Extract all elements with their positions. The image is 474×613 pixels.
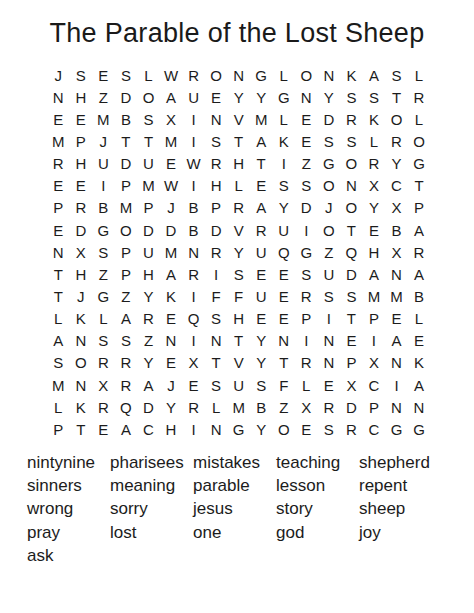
grid-cell[interactable]: R bbox=[250, 219, 273, 241]
grid-cell[interactable]: T bbox=[340, 219, 363, 241]
grid-cell[interactable]: A bbox=[408, 374, 431, 396]
grid-cell[interactable]: G bbox=[408, 153, 431, 175]
grid-cell[interactable]: B bbox=[385, 219, 408, 241]
grid-cell[interactable]: R bbox=[408, 241, 431, 263]
grid-cell[interactable]: T bbox=[227, 330, 250, 352]
grid-cell[interactable]: L bbox=[227, 175, 250, 197]
grid-cell[interactable]: P bbox=[408, 197, 431, 219]
grid-cell[interactable]: M bbox=[92, 108, 115, 130]
grid-cell[interactable]: N bbox=[227, 64, 250, 86]
grid-cell[interactable]: P bbox=[115, 263, 138, 285]
grid-cell[interactable]: S bbox=[137, 108, 160, 130]
grid-cell[interactable]: I bbox=[205, 263, 228, 285]
grid-cell[interactable]: E bbox=[160, 352, 183, 374]
grid-cell[interactable]: J bbox=[92, 130, 115, 152]
grid-cell[interactable]: H bbox=[227, 308, 250, 330]
grid-cell[interactable]: M bbox=[115, 197, 138, 219]
grid-cell[interactable]: O bbox=[272, 418, 295, 440]
grid-cell[interactable]: S bbox=[227, 263, 250, 285]
grid-cell[interactable]: R bbox=[70, 197, 93, 219]
grid-cell[interactable]: I bbox=[182, 175, 205, 197]
grid-cell[interactable]: E bbox=[70, 175, 93, 197]
grid-cell[interactable]: Q bbox=[272, 241, 295, 263]
grid-cell[interactable]: I bbox=[385, 374, 408, 396]
grid-cell[interactable]: F bbox=[227, 285, 250, 307]
word-list-item: shepherd bbox=[359, 451, 442, 474]
grid-cell[interactable]: Y bbox=[227, 86, 250, 108]
grid-cell[interactable]: N bbox=[318, 330, 341, 352]
grid-cell[interactable]: Y bbox=[137, 352, 160, 374]
grid-cell[interactable]: Y bbox=[137, 285, 160, 307]
grid-cell[interactable]: N bbox=[205, 330, 228, 352]
word-list-item: story bbox=[276, 497, 359, 520]
grid-cell[interactable]: L bbox=[408, 108, 431, 130]
grid-cell[interactable]: S bbox=[205, 130, 228, 152]
grid-cell[interactable]: N bbox=[385, 352, 408, 374]
grid-cell[interactable]: X bbox=[160, 108, 183, 130]
grid-cell[interactable]: P bbox=[47, 197, 70, 219]
grid-cell[interactable]: S bbox=[205, 374, 228, 396]
grid-cell[interactable]: S bbox=[250, 374, 273, 396]
grid-cell[interactable]: K bbox=[70, 396, 93, 418]
grid-cell[interactable]: E bbox=[250, 263, 273, 285]
grid-cell[interactable]: J bbox=[160, 197, 183, 219]
grid-cell[interactable]: I bbox=[182, 330, 205, 352]
grid-cell[interactable]: R bbox=[295, 285, 318, 307]
grid-cell[interactable]: T bbox=[408, 175, 431, 197]
grid-cell[interactable]: S bbox=[115, 330, 138, 352]
grid-cell[interactable]: X bbox=[92, 374, 115, 396]
grid-cell[interactable]: E bbox=[385, 308, 408, 330]
grid-cell[interactable]: F bbox=[272, 374, 295, 396]
grid-cell[interactable]: R bbox=[182, 263, 205, 285]
grid-cell[interactable]: P bbox=[70, 130, 93, 152]
grid-cell[interactable]: N bbox=[408, 396, 431, 418]
grid-cell[interactable]: E bbox=[295, 108, 318, 130]
grid-cell[interactable]: V bbox=[227, 352, 250, 374]
grid-cell[interactable]: P bbox=[340, 352, 363, 374]
grid-cell[interactable]: O bbox=[115, 219, 138, 241]
grid-cell[interactable]: I bbox=[182, 108, 205, 130]
grid-cell[interactable]: S bbox=[340, 285, 363, 307]
grid-cell[interactable]: Y bbox=[250, 352, 273, 374]
word-list-item: jesus bbox=[193, 497, 276, 520]
grid-cell[interactable]: I bbox=[318, 308, 341, 330]
grid-cell[interactable]: M bbox=[160, 241, 183, 263]
grid-cell[interactable]: R bbox=[182, 64, 205, 86]
grid-cell[interactable]: S bbox=[295, 263, 318, 285]
grid-cell[interactable]: G bbox=[92, 219, 115, 241]
grid-cell[interactable]: S bbox=[92, 241, 115, 263]
grid-cell[interactable]: X bbox=[363, 352, 386, 374]
grid-cell[interactable]: D bbox=[160, 219, 183, 241]
grid-cell[interactable]: T bbox=[47, 285, 70, 307]
grid-cell[interactable]: T bbox=[137, 130, 160, 152]
grid-cell[interactable]: H bbox=[205, 175, 228, 197]
grid-cell[interactable]: Y bbox=[318, 86, 341, 108]
grid-cell[interactable]: E bbox=[47, 108, 70, 130]
grid-cell[interactable]: N bbox=[385, 263, 408, 285]
word-list-column: teachinglessonstorygod bbox=[276, 451, 359, 567]
grid-cell[interactable]: O bbox=[340, 153, 363, 175]
grid-cell[interactable]: D bbox=[137, 219, 160, 241]
grid-cell[interactable]: J bbox=[70, 285, 93, 307]
grid-cell[interactable]: S bbox=[340, 86, 363, 108]
grid-cell[interactable]: L bbox=[272, 64, 295, 86]
grid-cell[interactable]: Y bbox=[250, 330, 273, 352]
grid-cell[interactable]: B bbox=[408, 285, 431, 307]
grid-cell[interactable]: R bbox=[47, 153, 70, 175]
grid-cell[interactable]: M bbox=[250, 108, 273, 130]
grid-cell[interactable]: M bbox=[137, 175, 160, 197]
grid-cell[interactable]: L bbox=[47, 396, 70, 418]
grid-cell[interactable]: A bbox=[250, 130, 273, 152]
grid-cell[interactable]: E bbox=[47, 175, 70, 197]
grid-cell[interactable]: O bbox=[385, 108, 408, 130]
grid-cell[interactable]: H bbox=[227, 153, 250, 175]
grid-cell[interactable]: T bbox=[272, 352, 295, 374]
grid-cell[interactable]: T bbox=[250, 153, 273, 175]
grid-cell[interactable]: E bbox=[272, 285, 295, 307]
grid-cell[interactable]: N bbox=[385, 396, 408, 418]
grid-cell[interactable]: L bbox=[272, 108, 295, 130]
grid-cell[interactable]: B bbox=[182, 219, 205, 241]
grid-cell[interactable]: Z bbox=[137, 330, 160, 352]
grid-cell[interactable]: E bbox=[340, 330, 363, 352]
grid-cell[interactable]: T bbox=[115, 130, 138, 152]
grid-cell[interactable]: N bbox=[205, 108, 228, 130]
grid-cell[interactable]: A bbox=[160, 263, 183, 285]
grid-cell[interactable]: G bbox=[272, 86, 295, 108]
grid-cell[interactable]: D bbox=[137, 396, 160, 418]
grid-cell[interactable]: L bbox=[363, 130, 386, 152]
grid-cell[interactable]: E bbox=[272, 308, 295, 330]
grid-cell[interactable]: A bbox=[408, 219, 431, 241]
grid-cell[interactable]: S bbox=[295, 175, 318, 197]
grid-cell[interactable]: E bbox=[205, 86, 228, 108]
grid-cell[interactable]: S bbox=[115, 64, 138, 86]
grid-cell[interactable]: M bbox=[47, 374, 70, 396]
word-list-item: sinners bbox=[27, 474, 110, 497]
grid-cell[interactable]: I bbox=[182, 285, 205, 307]
grid-cell[interactable]: M bbox=[363, 285, 386, 307]
grid-cell[interactable]: I bbox=[295, 330, 318, 352]
grid-cell[interactable]: W bbox=[182, 153, 205, 175]
grid-cell[interactable]: B bbox=[115, 108, 138, 130]
grid-cell[interactable]: E bbox=[295, 418, 318, 440]
grid-cell[interactable]: X bbox=[340, 374, 363, 396]
grid-cell[interactable]: N bbox=[70, 330, 93, 352]
word-list: nintyninesinnerswrongprayaskphariseesmea… bbox=[27, 451, 442, 567]
grid-cell[interactable]: D bbox=[115, 86, 138, 108]
grid-cell[interactable]: N bbox=[340, 175, 363, 197]
grid-cell[interactable]: B bbox=[182, 197, 205, 219]
grid-cell[interactable]: L bbox=[92, 308, 115, 330]
grid-cell[interactable]: Q bbox=[340, 241, 363, 263]
grid-cell[interactable]: R bbox=[92, 396, 115, 418]
grid-cell[interactable]: N bbox=[318, 64, 341, 86]
grid-cell[interactable]: M bbox=[47, 130, 70, 152]
grid-cell[interactable]: J bbox=[318, 197, 341, 219]
grid-cell[interactable]: H bbox=[363, 241, 386, 263]
grid-cell[interactable]: U bbox=[250, 241, 273, 263]
grid-cell[interactable]: M bbox=[227, 396, 250, 418]
word-list-item: joy bbox=[359, 521, 442, 544]
grid-cell[interactable]: R bbox=[115, 352, 138, 374]
grid-cell[interactable]: R bbox=[318, 396, 341, 418]
grid-cell[interactable]: Q bbox=[115, 396, 138, 418]
grid-cell[interactable]: X bbox=[182, 352, 205, 374]
grid-cell[interactable]: G bbox=[318, 153, 341, 175]
grid-cell[interactable]: S bbox=[318, 285, 341, 307]
grid-cell[interactable]: I bbox=[182, 130, 205, 152]
grid-cell[interactable]: A bbox=[250, 197, 273, 219]
grid-cell[interactable]: A bbox=[363, 263, 386, 285]
grid-cell[interactable]: V bbox=[227, 219, 250, 241]
grid-cell[interactable]: Y bbox=[250, 418, 273, 440]
grid-cell[interactable]: Z bbox=[272, 396, 295, 418]
grid-cell[interactable]: U bbox=[227, 374, 250, 396]
grid-cell[interactable]: D bbox=[205, 219, 228, 241]
grid-cell[interactable]: B bbox=[250, 396, 273, 418]
grid-cell[interactable]: R bbox=[408, 86, 431, 108]
grid-cell[interactable]: R bbox=[340, 108, 363, 130]
grid-cell[interactable]: S bbox=[272, 175, 295, 197]
grid-cell[interactable]: M bbox=[160, 130, 183, 152]
grid-cell[interactable]: X bbox=[70, 241, 93, 263]
grid-cell[interactable]: U bbox=[137, 241, 160, 263]
grid-cell[interactable]: V bbox=[227, 108, 250, 130]
grid-cell[interactable]: S bbox=[92, 330, 115, 352]
grid-cell[interactable]: P bbox=[137, 197, 160, 219]
grid-cell[interactable]: U bbox=[250, 285, 273, 307]
grid-cell[interactable]: G bbox=[92, 285, 115, 307]
grid-cell[interactable]: O bbox=[408, 130, 431, 152]
grid-cell[interactable]: N bbox=[272, 330, 295, 352]
grid-cell[interactable]: S bbox=[47, 352, 70, 374]
grid-cell[interactable]: U bbox=[272, 219, 295, 241]
grid-cell[interactable]: N bbox=[318, 352, 341, 374]
grid-cell[interactable]: Y bbox=[250, 86, 273, 108]
grid-cell[interactable]: Y bbox=[272, 197, 295, 219]
grid-cell[interactable]: N bbox=[47, 241, 70, 263]
grid-cell[interactable]: S bbox=[340, 130, 363, 152]
grid-cell[interactable]: X bbox=[295, 396, 318, 418]
grid-cell[interactable]: E bbox=[250, 308, 273, 330]
grid-cell[interactable]: O bbox=[318, 219, 341, 241]
grid-cell[interactable]: O bbox=[205, 64, 228, 86]
grid-cell[interactable]: H bbox=[137, 263, 160, 285]
grid-cell[interactable]: P bbox=[295, 308, 318, 330]
grid-cell[interactable]: E bbox=[250, 175, 273, 197]
grid-cell[interactable]: A bbox=[115, 308, 138, 330]
grid-cell[interactable]: Z bbox=[92, 86, 115, 108]
grid-cell[interactable]: A bbox=[47, 330, 70, 352]
grid-cell[interactable]: R bbox=[295, 352, 318, 374]
grid-cell[interactable]: T bbox=[385, 86, 408, 108]
grid-cell[interactable]: X bbox=[385, 241, 408, 263]
grid-cell[interactable]: Y bbox=[363, 197, 386, 219]
grid-cell[interactable]: E bbox=[92, 64, 115, 86]
grid-cell[interactable]: R bbox=[227, 197, 250, 219]
grid-cell[interactable]: T bbox=[227, 130, 250, 152]
grid-cell[interactable]: G bbox=[385, 418, 408, 440]
grid-cell[interactable]: L bbox=[205, 396, 228, 418]
grid-cell[interactable]: A bbox=[385, 330, 408, 352]
grid-cell[interactable]: O bbox=[137, 86, 160, 108]
grid-cell[interactable]: O bbox=[70, 352, 93, 374]
grid-cell[interactable]: W bbox=[160, 64, 183, 86]
grid-cell[interactable]: S bbox=[385, 64, 408, 86]
grid-cell[interactable]: L bbox=[408, 64, 431, 86]
grid-cell[interactable]: T bbox=[340, 308, 363, 330]
grid-cell[interactable]: K bbox=[160, 285, 183, 307]
grid-cell[interactable]: H bbox=[70, 86, 93, 108]
grid-cell[interactable]: R bbox=[205, 153, 228, 175]
grid-cell[interactable]: U bbox=[182, 86, 205, 108]
grid-cell[interactable]: P bbox=[205, 197, 228, 219]
grid-cell[interactable]: O bbox=[295, 64, 318, 86]
grid-cell[interactable]: H bbox=[70, 263, 93, 285]
grid-cell[interactable]: Y bbox=[227, 241, 250, 263]
grid-cell[interactable]: O bbox=[318, 175, 341, 197]
grid-cell[interactable]: R bbox=[115, 374, 138, 396]
grid-cell[interactable]: E bbox=[160, 153, 183, 175]
grid-cell[interactable]: S bbox=[70, 64, 93, 86]
grid-cell[interactable]: N bbox=[182, 241, 205, 263]
grid-cell[interactable]: N bbox=[295, 86, 318, 108]
grid-cell[interactable]: N bbox=[70, 374, 93, 396]
grid-cell[interactable]: G bbox=[227, 418, 250, 440]
grid-cell[interactable]: I bbox=[272, 153, 295, 175]
grid-cell[interactable]: S bbox=[318, 418, 341, 440]
grid-cell[interactable]: H bbox=[70, 153, 93, 175]
grid-cell[interactable]: Z bbox=[295, 153, 318, 175]
grid-cell[interactable]: R bbox=[340, 418, 363, 440]
grid-cell[interactable]: C bbox=[363, 374, 386, 396]
word-list-item: wrong bbox=[27, 497, 110, 520]
grid-cell[interactable]: Y bbox=[160, 396, 183, 418]
grid-cell[interactable]: E bbox=[160, 308, 183, 330]
grid-cell[interactable]: G bbox=[295, 241, 318, 263]
grid-cell[interactable]: G bbox=[250, 64, 273, 86]
grid-cell[interactable]: F bbox=[205, 285, 228, 307]
grid-cell[interactable]: E bbox=[295, 130, 318, 152]
grid-cell[interactable]: L bbox=[408, 308, 431, 330]
grid-cell[interactable]: P bbox=[363, 396, 386, 418]
grid-cell[interactable]: X bbox=[385, 197, 408, 219]
grid-cell[interactable]: K bbox=[363, 108, 386, 130]
grid-cell[interactable]: R bbox=[137, 308, 160, 330]
grid-cell[interactable]: I bbox=[363, 330, 386, 352]
grid-cell[interactable]: L bbox=[295, 374, 318, 396]
grid-cell[interactable]: D bbox=[318, 108, 341, 130]
grid-cell[interactable]: J bbox=[47, 64, 70, 86]
grid-cell[interactable]: H bbox=[160, 418, 183, 440]
grid-cell[interactable]: C bbox=[363, 418, 386, 440]
word-list-column: nintyninesinnerswrongprayask bbox=[27, 451, 110, 567]
grid-cell[interactable]: I bbox=[295, 219, 318, 241]
grid-cell[interactable]: J bbox=[160, 374, 183, 396]
grid-cell[interactable]: E bbox=[47, 219, 70, 241]
grid-cell[interactable]: K bbox=[340, 64, 363, 86]
grid-cell[interactable]: Z bbox=[318, 241, 341, 263]
grid-cell[interactable]: A bbox=[363, 64, 386, 86]
grid-cell[interactable]: G bbox=[408, 418, 431, 440]
grid-cell[interactable]: R bbox=[182, 396, 205, 418]
grid-cell[interactable]: N bbox=[47, 86, 70, 108]
grid-cell[interactable]: E bbox=[92, 418, 115, 440]
grid-cell[interactable]: C bbox=[385, 175, 408, 197]
grid-cell[interactable]: P bbox=[363, 308, 386, 330]
grid-cell[interactable]: X bbox=[363, 175, 386, 197]
grid-cell[interactable]: A bbox=[160, 86, 183, 108]
grid-cell[interactable]: M bbox=[385, 285, 408, 307]
grid-cell[interactable]: S bbox=[205, 308, 228, 330]
grid-cell[interactable]: P bbox=[115, 175, 138, 197]
grid-cell[interactable]: E bbox=[318, 374, 341, 396]
grid-cell[interactable]: N bbox=[160, 330, 183, 352]
grid-cell[interactable]: O bbox=[340, 197, 363, 219]
grid-cell[interactable]: T bbox=[70, 418, 93, 440]
grid-cell[interactable]: S bbox=[363, 86, 386, 108]
grid-cell[interactable]: Z bbox=[115, 285, 138, 307]
grid-cell[interactable]: P bbox=[47, 418, 70, 440]
grid-cell[interactable]: A bbox=[408, 263, 431, 285]
grid-cell[interactable]: D bbox=[295, 197, 318, 219]
grid-cell[interactable]: L bbox=[137, 64, 160, 86]
grid-cell[interactable]: I bbox=[92, 175, 115, 197]
grid-cell[interactable]: R bbox=[363, 153, 386, 175]
grid-cell[interactable]: D bbox=[340, 396, 363, 418]
grid-cell[interactable]: E bbox=[272, 263, 295, 285]
grid-cell[interactable]: E bbox=[182, 374, 205, 396]
grid-cell[interactable]: N bbox=[205, 418, 228, 440]
grid-cell[interactable]: E bbox=[363, 219, 386, 241]
grid-cell[interactable]: K bbox=[272, 130, 295, 152]
grid-cell[interactable]: T bbox=[205, 352, 228, 374]
grid-cell[interactable]: A bbox=[137, 374, 160, 396]
grid-cell[interactable]: U bbox=[137, 153, 160, 175]
grid-cell[interactable]: T bbox=[47, 263, 70, 285]
grid-cell[interactable]: S bbox=[318, 130, 341, 152]
grid-cell[interactable]: Q bbox=[182, 308, 205, 330]
word-list-item: lesson bbox=[276, 474, 359, 497]
grid-cell[interactable]: R bbox=[205, 241, 228, 263]
grid-cell[interactable]: I bbox=[182, 418, 205, 440]
grid-cell[interactable]: K bbox=[70, 308, 93, 330]
grid-cell[interactable]: U bbox=[318, 263, 341, 285]
grid-cell[interactable]: D bbox=[70, 219, 93, 241]
grid-cell[interactable]: P bbox=[115, 241, 138, 263]
grid-cell[interactable]: A bbox=[115, 418, 138, 440]
grid-cell[interactable]: B bbox=[92, 197, 115, 219]
grid-cell[interactable]: C bbox=[137, 418, 160, 440]
grid-cell[interactable]: U bbox=[92, 153, 115, 175]
grid-cell[interactable]: E bbox=[408, 330, 431, 352]
grid-cell[interactable]: R bbox=[385, 130, 408, 152]
grid-cell[interactable]: Z bbox=[92, 263, 115, 285]
grid-cell[interactable]: K bbox=[408, 352, 431, 374]
grid-cell[interactable]: Y bbox=[385, 153, 408, 175]
puzzle-title: The Parable of the Lost Sheep bbox=[0, 18, 474, 49]
grid-cell[interactable]: E bbox=[70, 108, 93, 130]
grid-cell[interactable]: W bbox=[160, 175, 183, 197]
grid-cell[interactable]: R bbox=[92, 352, 115, 374]
grid-cell[interactable]: D bbox=[340, 263, 363, 285]
grid-cell[interactable]: D bbox=[115, 153, 138, 175]
grid-cell[interactable]: L bbox=[47, 308, 70, 330]
